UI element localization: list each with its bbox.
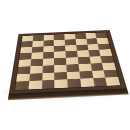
square-c1 [41, 80, 54, 89]
board-frame [9, 30, 127, 94]
chessboard-product-photo [0, 0, 130, 130]
board-grid [15, 32, 120, 90]
square-a1 [15, 81, 29, 90]
chessboard [8, 30, 129, 100]
square-h1 [105, 77, 120, 86]
square-d1 [55, 79, 68, 88]
square-e1 [67, 79, 81, 88]
square-b1 [28, 81, 42, 90]
